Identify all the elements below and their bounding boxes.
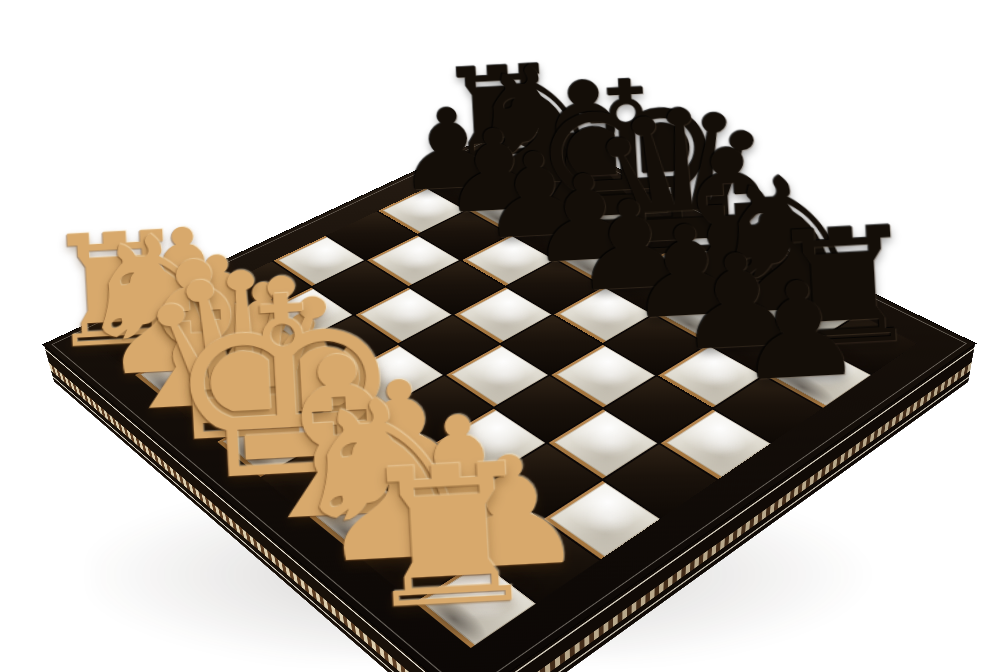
piece-white-rook-h1[interactable]: ♜	[351, 452, 548, 624]
camera-tilt-wrapper: ♜♞♝♚♛♝♞♜♟♟♟♟♟♟♟♟♟♟♟♟♟♟♟♟♜♞♝♛♚♝♞♜	[0, 0, 1000, 672]
board-grid: ♜♞♝♚♛♝♞♜♟♟♟♟♟♟♟♟♟♟♟♟♟♟♟♟♜♞♝♛♚♝♞♜	[98, 144, 918, 648]
piece-black-pawn-h7[interactable]: ♟	[732, 271, 868, 390]
photo-stage: ♜♞♝♚♛♝♞♜♟♟♟♟♟♟♟♟♟♟♟♟♟♟♟♟♜♞♝♛♚♝♞♜	[0, 0, 1000, 672]
chess-board: ♜♞♝♚♛♝♞♜♟♟♟♟♟♟♟♟♟♟♟♟♟♟♟♟♜♞♝♛♚♝♞♜	[44, 121, 975, 672]
square-h1[interactable]: ♜	[414, 560, 536, 648]
perspective-wrapper: ♜♞♝♚♛♝♞♜♟♟♟♟♟♟♟♟♟♟♟♟♟♟♟♟♜♞♝♛♚♝♞♜	[0, 0, 1000, 672]
